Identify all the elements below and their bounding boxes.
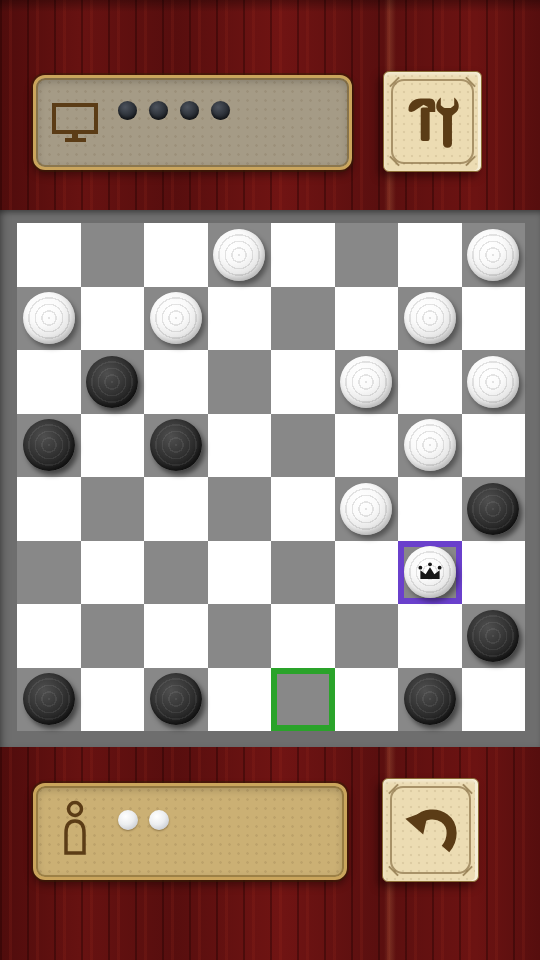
- square-r4c0[interactable]: [17, 477, 81, 541]
- black-man-piece[interactable]: [467, 483, 519, 535]
- corner-ornament: [462, 784, 473, 795]
- square-r0c3[interactable]: [208, 223, 272, 287]
- square-r2c2[interactable]: [144, 350, 208, 414]
- square-r3c0[interactable]: [17, 414, 81, 478]
- white-man-piece[interactable]: [340, 356, 392, 408]
- square-r3c6[interactable]: [398, 414, 462, 478]
- captured-piece-dot: [149, 101, 168, 120]
- square-r0c5[interactable]: [335, 223, 399, 287]
- captured-piece-dot: [211, 101, 230, 120]
- square-r4c1[interactable]: [81, 477, 145, 541]
- crown-icon: [416, 561, 444, 583]
- square-r6c0[interactable]: [17, 604, 81, 668]
- settings-tools-button[interactable]: [383, 71, 482, 172]
- captured-black-dots: [118, 101, 230, 120]
- square-r5c7[interactable]: [462, 541, 526, 605]
- corner-ornament: [389, 156, 400, 167]
- white-man-piece[interactable]: [23, 292, 75, 344]
- captured-piece-dot: [180, 101, 199, 120]
- white-man-piece[interactable]: [404, 419, 456, 471]
- black-man-piece[interactable]: [404, 673, 456, 725]
- black-man-piece[interactable]: [23, 673, 75, 725]
- square-r3c3[interactable]: [208, 414, 272, 478]
- square-r1c6[interactable]: [398, 287, 462, 351]
- white-king-piece[interactable]: [404, 546, 456, 598]
- square-r7c6[interactable]: [398, 668, 462, 732]
- square-r6c1[interactable]: [81, 604, 145, 668]
- white-man-piece[interactable]: [404, 292, 456, 344]
- undo-arrow-icon: [401, 801, 461, 859]
- black-man-piece[interactable]: [23, 419, 75, 471]
- square-r6c2[interactable]: [144, 604, 208, 668]
- square-r6c6[interactable]: [398, 604, 462, 668]
- square-r3c7[interactable]: [462, 414, 526, 478]
- square-r5c0[interactable]: [17, 541, 81, 605]
- corner-ornament: [388, 784, 399, 795]
- checkers-app-screen: [0, 0, 540, 960]
- corner-ornament: [388, 866, 399, 877]
- square-r7c3[interactable]: [208, 668, 272, 732]
- black-man-piece[interactable]: [150, 673, 202, 725]
- square-r7c0[interactable]: [17, 668, 81, 732]
- square-r2c0[interactable]: [17, 350, 81, 414]
- corner-ornament: [465, 77, 476, 88]
- square-r5c3[interactable]: [208, 541, 272, 605]
- square-r4c6[interactable]: [398, 477, 462, 541]
- square-r1c2[interactable]: [144, 287, 208, 351]
- square-r6c5[interactable]: [335, 604, 399, 668]
- computer-monitor-icon: [51, 101, 99, 145]
- square-r1c0[interactable]: [17, 287, 81, 351]
- square-r0c1[interactable]: [81, 223, 145, 287]
- square-r2c4[interactable]: [271, 350, 335, 414]
- human-player-panel: [33, 783, 347, 880]
- white-man-piece[interactable]: [213, 229, 265, 281]
- square-r2c5[interactable]: [335, 350, 399, 414]
- square-r5c1[interactable]: [81, 541, 145, 605]
- square-r4c4[interactable]: [271, 477, 335, 541]
- captured-piece-dot: [118, 810, 138, 830]
- white-man-piece[interactable]: [150, 292, 202, 344]
- white-man-piece[interactable]: [340, 483, 392, 535]
- white-man-piece[interactable]: [467, 229, 519, 281]
- square-r5c5[interactable]: [335, 541, 399, 605]
- person-icon: [62, 800, 88, 856]
- black-man-piece[interactable]: [150, 419, 202, 471]
- square-r4c3[interactable]: [208, 477, 272, 541]
- square-r7c4[interactable]: [271, 668, 335, 732]
- square-r0c6[interactable]: [398, 223, 462, 287]
- square-r1c4[interactable]: [271, 287, 335, 351]
- square-r7c2[interactable]: [144, 668, 208, 732]
- square-r0c2[interactable]: [144, 223, 208, 287]
- square-r3c2[interactable]: [144, 414, 208, 478]
- white-man-piece[interactable]: [467, 356, 519, 408]
- square-r6c3[interactable]: [208, 604, 272, 668]
- square-r2c3[interactable]: [208, 350, 272, 414]
- corner-ornament: [462, 866, 473, 877]
- undo-move-button[interactable]: [382, 778, 479, 882]
- square-r5c6[interactable]: [398, 541, 462, 605]
- square-r7c5[interactable]: [335, 668, 399, 732]
- square-r1c5[interactable]: [335, 287, 399, 351]
- square-r1c3[interactable]: [208, 287, 272, 351]
- captured-white-dots: [118, 810, 169, 830]
- square-r0c4[interactable]: [271, 223, 335, 287]
- captured-piece-dot: [149, 810, 169, 830]
- square-r4c7[interactable]: [462, 477, 526, 541]
- square-r2c6[interactable]: [398, 350, 462, 414]
- square-r3c1[interactable]: [81, 414, 145, 478]
- square-r2c1[interactable]: [81, 350, 145, 414]
- square-r6c7[interactable]: [462, 604, 526, 668]
- square-r7c1[interactable]: [81, 668, 145, 732]
- checkers-board: [0, 210, 540, 747]
- square-r4c2[interactable]: [144, 477, 208, 541]
- square-r7c7[interactable]: [462, 668, 526, 732]
- black-man-piece[interactable]: [86, 356, 138, 408]
- square-r4c5[interactable]: [335, 477, 399, 541]
- square-r0c7[interactable]: [462, 223, 526, 287]
- hammer-wrench-icon: [404, 93, 462, 151]
- square-r5c2[interactable]: [144, 541, 208, 605]
- captured-piece-dot: [118, 101, 137, 120]
- computer-player-panel: [33, 75, 352, 170]
- square-r1c7[interactable]: [462, 287, 526, 351]
- square-r2c7[interactable]: [462, 350, 526, 414]
- corner-ornament: [465, 156, 476, 167]
- board-grid: [17, 223, 525, 731]
- black-man-piece[interactable]: [467, 610, 519, 662]
- square-r6c4[interactable]: [271, 604, 335, 668]
- square-r5c4[interactable]: [271, 541, 335, 605]
- square-r3c4[interactable]: [271, 414, 335, 478]
- corner-ornament: [389, 77, 400, 88]
- square-r3c5[interactable]: [335, 414, 399, 478]
- square-r1c1[interactable]: [81, 287, 145, 351]
- square-r0c0[interactable]: [17, 223, 81, 287]
